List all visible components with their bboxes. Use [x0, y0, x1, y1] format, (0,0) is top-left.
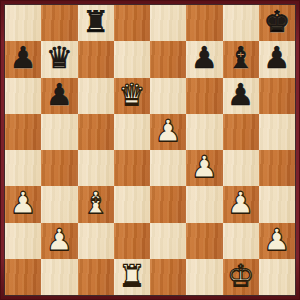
square-g3[interactable]: ♟	[223, 186, 259, 222]
square-f6[interactable]	[186, 78, 222, 114]
square-b5[interactable]	[41, 114, 77, 150]
square-a1[interactable]	[5, 259, 41, 295]
square-d4[interactable]	[114, 150, 150, 186]
piece-white-pawn-f4[interactable]: ♟	[191, 152, 218, 182]
board-frame: ♜♚♟♛♟♝♟♟♛♟♟♟♟♝♟♟♟♜♔	[0, 0, 300, 300]
square-b6[interactable]: ♟	[41, 78, 77, 114]
piece-white-pawn-g3[interactable]: ♟	[227, 188, 254, 218]
square-c4[interactable]	[78, 150, 114, 186]
square-a5[interactable]	[5, 114, 41, 150]
piece-black-rook-c8[interactable]: ♜	[82, 7, 109, 37]
piece-black-pawn-h7[interactable]: ♟	[263, 43, 290, 73]
square-b7[interactable]: ♛	[41, 41, 77, 77]
square-b2[interactable]: ♟	[41, 223, 77, 259]
square-f4[interactable]: ♟	[186, 150, 222, 186]
square-b1[interactable]	[41, 259, 77, 295]
chess-board[interactable]: ♜♚♟♛♟♝♟♟♛♟♟♟♟♝♟♟♟♜♔	[5, 5, 295, 295]
square-b3[interactable]	[41, 186, 77, 222]
square-d5[interactable]	[114, 114, 150, 150]
square-h4[interactable]	[259, 150, 295, 186]
square-b4[interactable]	[41, 150, 77, 186]
square-d6[interactable]: ♛	[114, 78, 150, 114]
square-e3[interactable]	[150, 186, 186, 222]
square-c6[interactable]	[78, 78, 114, 114]
square-c8[interactable]: ♜	[78, 5, 114, 41]
square-a8[interactable]	[5, 5, 41, 41]
square-g5[interactable]	[223, 114, 259, 150]
piece-white-rook-d1[interactable]: ♜	[118, 261, 145, 291]
square-c5[interactable]	[78, 114, 114, 150]
square-b8[interactable]	[41, 5, 77, 41]
square-e1[interactable]	[150, 259, 186, 295]
square-e8[interactable]	[150, 5, 186, 41]
square-f7[interactable]: ♟	[186, 41, 222, 77]
square-d8[interactable]	[114, 5, 150, 41]
square-h6[interactable]	[259, 78, 295, 114]
piece-white-queen-d6[interactable]: ♛	[118, 80, 145, 110]
square-d3[interactable]	[114, 186, 150, 222]
square-f1[interactable]	[186, 259, 222, 295]
square-h3[interactable]	[259, 186, 295, 222]
piece-black-pawn-f7[interactable]: ♟	[191, 43, 218, 73]
square-c2[interactable]	[78, 223, 114, 259]
piece-black-pawn-b6[interactable]: ♟	[46, 80, 73, 110]
square-e7[interactable]	[150, 41, 186, 77]
square-g2[interactable]	[223, 223, 259, 259]
square-c1[interactable]	[78, 259, 114, 295]
square-e5[interactable]: ♟	[150, 114, 186, 150]
square-f5[interactable]	[186, 114, 222, 150]
square-c7[interactable]	[78, 41, 114, 77]
square-a3[interactable]: ♟	[5, 186, 41, 222]
piece-white-pawn-e5[interactable]: ♟	[155, 116, 182, 146]
piece-black-pawn-a7[interactable]: ♟	[10, 43, 37, 73]
square-d1[interactable]: ♜	[114, 259, 150, 295]
piece-white-pawn-a3[interactable]: ♟	[10, 188, 37, 218]
piece-white-bishop-c3[interactable]: ♝	[82, 188, 109, 218]
piece-white-pawn-h2[interactable]: ♟	[263, 225, 290, 255]
square-g1[interactable]: ♔	[223, 259, 259, 295]
square-a2[interactable]	[5, 223, 41, 259]
square-g4[interactable]	[223, 150, 259, 186]
square-h8[interactable]: ♚	[259, 5, 295, 41]
piece-white-pawn-b2[interactable]: ♟	[46, 225, 73, 255]
square-g6[interactable]: ♟	[223, 78, 259, 114]
square-a4[interactable]	[5, 150, 41, 186]
square-f8[interactable]	[186, 5, 222, 41]
square-e2[interactable]	[150, 223, 186, 259]
square-d2[interactable]	[114, 223, 150, 259]
square-a6[interactable]	[5, 78, 41, 114]
square-f2[interactable]	[186, 223, 222, 259]
piece-black-queen-b7[interactable]: ♛	[46, 43, 73, 73]
square-h5[interactable]	[259, 114, 295, 150]
piece-white-king-g1[interactable]: ♔	[227, 261, 254, 291]
square-a7[interactable]: ♟	[5, 41, 41, 77]
square-e4[interactable]	[150, 150, 186, 186]
square-d7[interactable]	[114, 41, 150, 77]
square-h2[interactable]: ♟	[259, 223, 295, 259]
square-e6[interactable]	[150, 78, 186, 114]
piece-black-bishop-g7[interactable]: ♝	[227, 43, 254, 73]
piece-black-king-h8[interactable]: ♚	[263, 7, 290, 37]
square-h1[interactable]	[259, 259, 295, 295]
piece-black-pawn-g6[interactable]: ♟	[227, 80, 254, 110]
square-g7[interactable]: ♝	[223, 41, 259, 77]
square-g8[interactable]	[223, 5, 259, 41]
square-h7[interactable]: ♟	[259, 41, 295, 77]
square-f3[interactable]	[186, 186, 222, 222]
square-c3[interactable]: ♝	[78, 186, 114, 222]
